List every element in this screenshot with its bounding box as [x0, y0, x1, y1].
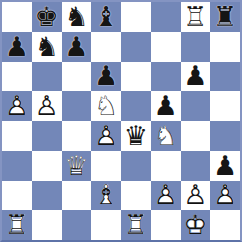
square-d8[interactable]: ♝	[91, 2, 121, 32]
piece-outline-glyph: ♖	[5, 211, 29, 238]
square-b4[interactable]	[32, 121, 62, 151]
piece-outline-glyph: ♖	[124, 211, 148, 238]
white-knight-piece[interactable]: ♞♘	[91, 91, 121, 121]
square-c4[interactable]	[62, 121, 92, 151]
white-knight-piece[interactable]: ♞♘	[151, 121, 181, 151]
square-b2[interactable]	[32, 181, 62, 211]
white-rook-piece[interactable]: ♜♖	[181, 2, 211, 32]
piece-outline-glyph: ♙	[154, 181, 178, 208]
square-d2[interactable]: ♝♗	[91, 181, 121, 211]
white-pawn-piece[interactable]: ♟♙	[151, 181, 181, 211]
square-c1[interactable]	[62, 210, 92, 240]
square-a7[interactable]: ♟	[2, 32, 32, 62]
black-knight-piece[interactable]: ♞	[32, 32, 62, 62]
square-f6[interactable]	[151, 62, 181, 92]
square-h3[interactable]: ♟	[210, 151, 240, 181]
square-h7[interactable]	[210, 32, 240, 62]
square-b1[interactable]	[32, 210, 62, 240]
square-f5[interactable]: ♟	[151, 91, 181, 121]
square-f1[interactable]	[151, 210, 181, 240]
square-d5[interactable]: ♞♘	[91, 91, 121, 121]
square-d6[interactable]: ♟	[91, 62, 121, 92]
black-pawn-piece[interactable]: ♟	[2, 32, 32, 62]
square-a8[interactable]	[2, 2, 32, 32]
square-a2[interactable]	[2, 181, 32, 211]
black-pawn-piece[interactable]: ♟	[151, 91, 181, 121]
piece-outline-glyph: ♗	[94, 181, 118, 208]
square-f2[interactable]: ♟♙	[151, 181, 181, 211]
white-pawn-piece[interactable]: ♟♙	[91, 121, 121, 151]
piece-outline-glyph: ♙	[94, 122, 118, 149]
square-b3[interactable]	[32, 151, 62, 181]
white-pawn-piece[interactable]: ♟♙	[181, 181, 211, 211]
black-pawn-piece[interactable]: ♟	[210, 151, 240, 181]
white-pawn-piece[interactable]: ♟♙	[2, 91, 32, 121]
black-pawn-piece[interactable]: ♟	[91, 62, 121, 92]
piece-outline-glyph: ♘	[94, 92, 118, 119]
chess-board: ♚♞♝♜♖♜♟♞♟♟♟♟♙♟♙♞♘♟♟♙♛♞♘♛♕♟♝♗♟♙♟♙♟♙♜♖♜♖♚♔	[0, 0, 242, 242]
piece-glyph: ♟	[183, 62, 207, 89]
piece-glyph: ♟	[64, 33, 88, 60]
piece-glyph: ♟	[94, 62, 118, 89]
square-c6[interactable]	[62, 62, 92, 92]
black-pawn-piece[interactable]: ♟	[181, 62, 211, 92]
square-c2[interactable]	[62, 181, 92, 211]
black-pawn-piece[interactable]: ♟	[62, 32, 92, 62]
piece-glyph: ♜	[213, 3, 237, 30]
piece-outline-glyph: ♙	[213, 181, 237, 208]
square-f4[interactable]: ♞♘	[151, 121, 181, 151]
square-g1[interactable]: ♚♔	[181, 210, 211, 240]
square-g3[interactable]	[181, 151, 211, 181]
square-g8[interactable]: ♜♖	[181, 2, 211, 32]
piece-outline-glyph: ♙	[5, 92, 29, 119]
piece-outline-glyph: ♔	[183, 211, 207, 238]
piece-glyph: ♝	[94, 3, 118, 30]
square-c3[interactable]: ♛♕	[62, 151, 92, 181]
piece-glyph: ♛	[124, 122, 148, 149]
black-knight-piece[interactable]: ♞	[62, 2, 92, 32]
square-a5[interactable]: ♟♙	[2, 91, 32, 121]
square-c8[interactable]: ♞	[62, 2, 92, 32]
piece-outline-glyph: ♖	[183, 3, 207, 30]
square-h1[interactable]	[210, 210, 240, 240]
square-h6[interactable]	[210, 62, 240, 92]
white-rook-piece[interactable]: ♜♖	[2, 210, 32, 240]
black-queen-piece[interactable]: ♛	[121, 121, 151, 151]
square-b5[interactable]: ♟♙	[32, 91, 62, 121]
square-g7[interactable]	[181, 32, 211, 62]
piece-glyph: ♞	[64, 3, 88, 30]
piece-outline-glyph: ♘	[154, 122, 178, 149]
black-bishop-piece[interactable]: ♝	[91, 2, 121, 32]
square-b6[interactable]	[32, 62, 62, 92]
square-g2[interactable]: ♟♙	[181, 181, 211, 211]
white-pawn-piece[interactable]: ♟♙	[32, 91, 62, 121]
square-e6[interactable]	[121, 62, 151, 92]
square-a6[interactable]	[2, 62, 32, 92]
square-d3[interactable]	[91, 151, 121, 181]
piece-outline-glyph: ♕	[64, 152, 88, 179]
square-e2[interactable]	[121, 181, 151, 211]
white-king-piece[interactable]: ♚♔	[181, 210, 211, 240]
square-e7[interactable]	[121, 32, 151, 62]
white-pawn-piece[interactable]: ♟♙	[210, 181, 240, 211]
square-d7[interactable]	[91, 32, 121, 62]
white-bishop-piece[interactable]: ♝♗	[91, 181, 121, 211]
piece-outline-glyph: ♙	[183, 181, 207, 208]
piece-glyph: ♟	[213, 152, 237, 179]
piece-glyph: ♞	[35, 33, 59, 60]
piece-glyph: ♟	[154, 92, 178, 119]
square-e5[interactable]	[121, 91, 151, 121]
square-e8[interactable]	[121, 2, 151, 32]
black-king-piece[interactable]: ♚	[32, 2, 62, 32]
square-g6[interactable]: ♟	[181, 62, 211, 92]
square-c7[interactable]: ♟	[62, 32, 92, 62]
square-d1[interactable]	[91, 210, 121, 240]
piece-glyph: ♟	[5, 33, 29, 60]
square-a4[interactable]	[2, 121, 32, 151]
square-e3[interactable]	[121, 151, 151, 181]
square-h8[interactable]: ♜	[210, 2, 240, 32]
square-b7[interactable]: ♞	[32, 32, 62, 62]
square-c5[interactable]	[62, 91, 92, 121]
black-rook-piece[interactable]: ♜	[210, 2, 240, 32]
square-f7[interactable]	[151, 32, 181, 62]
square-h5[interactable]	[210, 91, 240, 121]
square-e1[interactable]: ♜♖	[121, 210, 151, 240]
square-b8[interactable]: ♚	[32, 2, 62, 32]
piece-outline-glyph: ♙	[35, 92, 59, 119]
square-f3[interactable]	[151, 151, 181, 181]
white-rook-piece[interactable]: ♜♖	[121, 210, 151, 240]
square-d4[interactable]: ♟♙	[91, 121, 121, 151]
square-a1[interactable]: ♜♖	[2, 210, 32, 240]
square-h2[interactable]: ♟♙	[210, 181, 240, 211]
square-f8[interactable]	[151, 2, 181, 32]
square-a3[interactable]	[2, 151, 32, 181]
piece-glyph: ♚	[35, 3, 59, 30]
square-g4[interactable]	[181, 121, 211, 151]
white-queen-piece[interactable]: ♛♕	[62, 151, 92, 181]
square-h4[interactable]	[210, 121, 240, 151]
square-e4[interactable]: ♛	[121, 121, 151, 151]
square-g5[interactable]	[181, 91, 211, 121]
